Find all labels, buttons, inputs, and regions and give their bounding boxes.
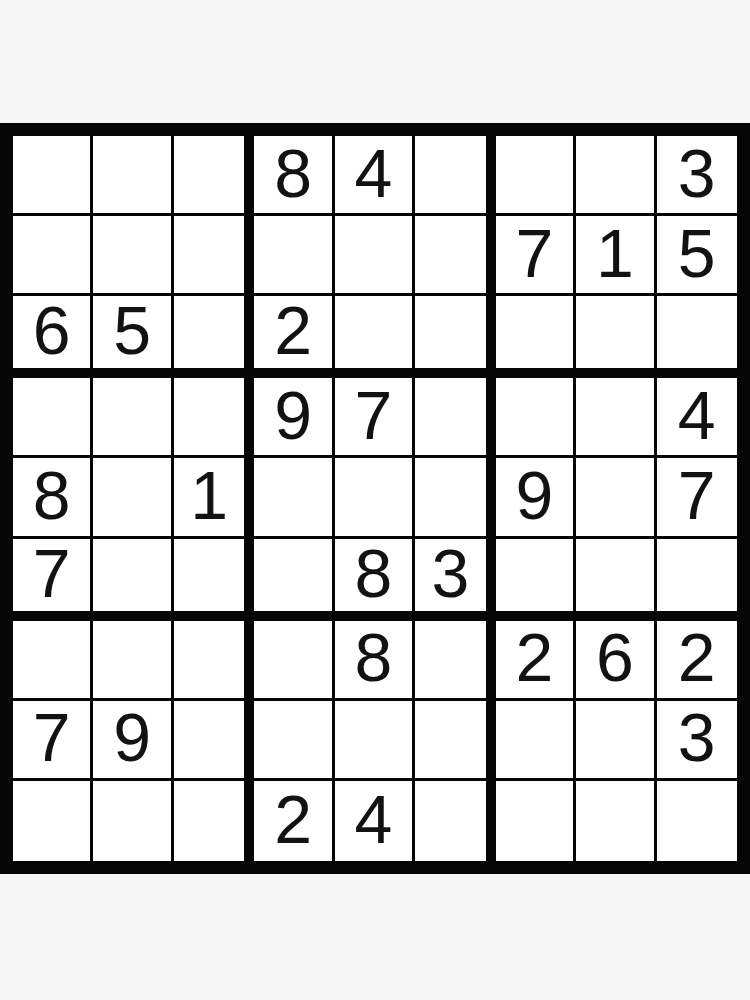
cell-r9c7[interactable] bbox=[496, 781, 576, 861]
cell-r8c1[interactable]: 7 bbox=[13, 701, 93, 781]
cell-r5c3[interactable]: 1 bbox=[174, 458, 254, 538]
given-digit: 4 bbox=[355, 139, 393, 211]
cell-r8c6[interactable] bbox=[415, 701, 495, 781]
cell-r4c4[interactable]: 9 bbox=[254, 378, 334, 458]
given-digit: 7 bbox=[33, 703, 71, 775]
cell-r4c3[interactable] bbox=[174, 378, 254, 458]
given-digit: 9 bbox=[274, 381, 312, 453]
cell-r5c6[interactable] bbox=[415, 458, 495, 538]
cell-r8c2[interactable]: 9 bbox=[93, 701, 173, 781]
given-digit: 1 bbox=[190, 461, 228, 533]
cell-r6c2[interactable] bbox=[93, 539, 173, 621]
cell-r2c5[interactable] bbox=[335, 216, 415, 296]
cell-r1c2[interactable] bbox=[93, 136, 173, 216]
cell-r7c7[interactable]: 2 bbox=[496, 621, 576, 701]
cell-r9c3[interactable] bbox=[174, 781, 254, 861]
sudoku-page: 8437156529748197783826279324 bbox=[0, 0, 750, 1000]
cell-r3c7[interactable] bbox=[496, 296, 576, 378]
cell-r6c9[interactable] bbox=[657, 539, 737, 621]
sudoku-board: 8437156529748197783826279324 bbox=[0, 123, 750, 874]
cell-r6c5[interactable]: 8 bbox=[335, 539, 415, 621]
given-digit: 3 bbox=[678, 139, 716, 211]
cell-r1c9[interactable]: 3 bbox=[657, 136, 737, 216]
cell-r3c1[interactable]: 6 bbox=[13, 296, 93, 378]
cell-r9c8[interactable] bbox=[576, 781, 656, 861]
cell-r1c1[interactable] bbox=[13, 136, 93, 216]
cell-r5c7[interactable]: 9 bbox=[496, 458, 576, 538]
cell-r6c6[interactable]: 3 bbox=[415, 539, 495, 621]
cell-r4c1[interactable] bbox=[13, 378, 93, 458]
given-digit: 3 bbox=[432, 539, 470, 611]
cell-r3c5[interactable] bbox=[335, 296, 415, 378]
cell-r5c1[interactable]: 8 bbox=[13, 458, 93, 538]
cell-r5c8[interactable] bbox=[576, 458, 656, 538]
cell-r8c5[interactable] bbox=[335, 701, 415, 781]
given-digit: 3 bbox=[678, 703, 716, 775]
cell-r8c8[interactable] bbox=[576, 701, 656, 781]
given-digit: 9 bbox=[515, 461, 553, 533]
cell-r6c8[interactable] bbox=[576, 539, 656, 621]
cell-r1c5[interactable]: 4 bbox=[335, 136, 415, 216]
cell-r9c4[interactable]: 2 bbox=[254, 781, 334, 861]
given-digit: 6 bbox=[33, 296, 71, 368]
given-digit: 7 bbox=[678, 461, 716, 533]
cell-r5c5[interactable] bbox=[335, 458, 415, 538]
cell-r9c6[interactable] bbox=[415, 781, 495, 861]
cell-r7c1[interactable] bbox=[13, 621, 93, 701]
cell-r2c8[interactable]: 1 bbox=[576, 216, 656, 296]
cell-r9c5[interactable]: 4 bbox=[335, 781, 415, 861]
cell-r4c8[interactable] bbox=[576, 378, 656, 458]
given-digit: 1 bbox=[596, 219, 634, 291]
cell-r7c4[interactable] bbox=[254, 621, 334, 701]
cell-r1c7[interactable] bbox=[496, 136, 576, 216]
cell-r3c3[interactable] bbox=[174, 296, 254, 378]
cell-r4c9[interactable]: 4 bbox=[657, 378, 737, 458]
given-digit: 9 bbox=[113, 703, 151, 775]
cell-r9c9[interactable] bbox=[657, 781, 737, 861]
given-digit: 7 bbox=[33, 539, 71, 611]
cell-r6c7[interactable] bbox=[496, 539, 576, 621]
cell-r4c5[interactable]: 7 bbox=[335, 378, 415, 458]
cell-r7c8[interactable]: 6 bbox=[576, 621, 656, 701]
cell-r8c7[interactable] bbox=[496, 701, 576, 781]
cell-r2c3[interactable] bbox=[174, 216, 254, 296]
cell-r2c7[interactable]: 7 bbox=[496, 216, 576, 296]
cell-r8c9[interactable]: 3 bbox=[657, 701, 737, 781]
cell-r1c6[interactable] bbox=[415, 136, 495, 216]
given-digit: 8 bbox=[33, 461, 71, 533]
cell-r5c2[interactable] bbox=[93, 458, 173, 538]
given-digit: 2 bbox=[274, 296, 312, 368]
cell-r9c2[interactable] bbox=[93, 781, 173, 861]
given-digit: 8 bbox=[355, 539, 393, 611]
cell-r4c2[interactable] bbox=[93, 378, 173, 458]
cell-r2c1[interactable] bbox=[13, 216, 93, 296]
cell-r4c7[interactable] bbox=[496, 378, 576, 458]
cell-r9c1[interactable] bbox=[13, 781, 93, 861]
cell-r4c6[interactable] bbox=[415, 378, 495, 458]
cell-r2c6[interactable] bbox=[415, 216, 495, 296]
given-digit: 4 bbox=[355, 785, 393, 857]
cell-r7c2[interactable] bbox=[93, 621, 173, 701]
given-digit: 2 bbox=[678, 623, 716, 695]
cell-r2c2[interactable] bbox=[93, 216, 173, 296]
cell-r6c1[interactable]: 7 bbox=[13, 539, 93, 621]
cell-r5c4[interactable] bbox=[254, 458, 334, 538]
cell-r2c9[interactable]: 5 bbox=[657, 216, 737, 296]
given-digit: 4 bbox=[678, 381, 716, 453]
given-digit: 2 bbox=[274, 785, 312, 857]
cell-r5c9[interactable]: 7 bbox=[657, 458, 737, 538]
cell-r6c3[interactable] bbox=[174, 539, 254, 621]
given-digit: 8 bbox=[274, 139, 312, 211]
cell-r1c8[interactable] bbox=[576, 136, 656, 216]
cell-r3c2[interactable]: 5 bbox=[93, 296, 173, 378]
given-digit: 5 bbox=[113, 296, 151, 368]
cell-r6c4[interactable] bbox=[254, 539, 334, 621]
cell-r7c3[interactable] bbox=[174, 621, 254, 701]
cell-r3c6[interactable] bbox=[415, 296, 495, 378]
cell-r7c6[interactable] bbox=[415, 621, 495, 701]
given-digit: 6 bbox=[596, 623, 634, 695]
given-digit: 7 bbox=[515, 219, 553, 291]
cell-r3c4[interactable]: 2 bbox=[254, 296, 334, 378]
cell-r8c3[interactable] bbox=[174, 701, 254, 781]
given-digit: 8 bbox=[355, 623, 393, 695]
cell-r8c4[interactable] bbox=[254, 701, 334, 781]
given-digit: 7 bbox=[355, 381, 393, 453]
cell-r3c9[interactable] bbox=[657, 296, 737, 378]
given-digit: 2 bbox=[515, 623, 553, 695]
cell-r2c4[interactable] bbox=[254, 216, 334, 296]
cell-r1c3[interactable] bbox=[174, 136, 254, 216]
given-digit: 5 bbox=[678, 219, 716, 291]
cell-r7c9[interactable]: 2 bbox=[657, 621, 737, 701]
cell-r3c8[interactable] bbox=[576, 296, 656, 378]
cell-r1c4[interactable]: 8 bbox=[254, 136, 334, 216]
cell-r7c5[interactable]: 8 bbox=[335, 621, 415, 701]
